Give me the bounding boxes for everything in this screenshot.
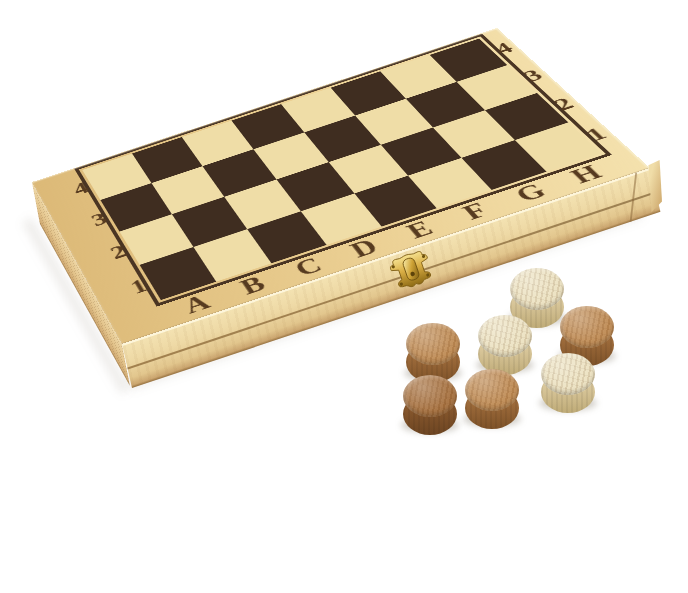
checker-top: [406, 323, 460, 365]
checker-piece-darkest: [403, 375, 457, 435]
checker-piece-dark: [406, 323, 460, 383]
checker-piece-light: [541, 353, 595, 413]
checker-piece-dark: [465, 369, 519, 429]
checker-top: [403, 375, 457, 417]
product-photo: ABCDEFGH 4321 4321: [0, 0, 688, 593]
brass-clasp-icon: [380, 246, 444, 298]
checker-piece-light: [478, 315, 532, 375]
checker-top: [478, 315, 532, 357]
checker-top: [510, 268, 564, 310]
checker-top: [560, 306, 614, 348]
checker-top: [541, 353, 595, 395]
checker-top: [465, 369, 519, 411]
